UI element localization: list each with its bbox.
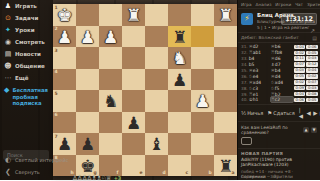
- panel-tabs: ИграАнализИгрокиЧатЗрители: [238, 0, 320, 9]
- move-number: 32.: [241, 50, 249, 55]
- resign-button[interactable]: ⚑Сдаться: [267, 110, 295, 116]
- square-d7[interactable]: ♝: [145, 133, 168, 155]
- chat-bubble-icon[interactable]: [241, 137, 252, 145]
- square-b3[interactable]: [191, 47, 214, 69]
- square-c6[interactable]: [168, 112, 191, 134]
- white-move[interactable]: b4: [249, 56, 271, 61]
- chat-section: Как вам LeelaRofl по сравнению? ▲ ▼: [238, 121, 320, 148]
- square-e2[interactable]: [122, 26, 145, 48]
- white-move-time: 0:07: [294, 62, 306, 67]
- square-a4[interactable]: [214, 69, 237, 91]
- white-move-time: 0:06: [294, 98, 306, 103]
- square-g5[interactable]: [76, 90, 99, 112]
- move-number: 35.: [241, 68, 249, 73]
- square-d3[interactable]: [145, 47, 168, 69]
- panel-bottom-tabs: СоперникиЗрители: [241, 174, 317, 179]
- ещё-icon: ⋯: [4, 75, 12, 82]
- move-number: 40.: [241, 97, 249, 102]
- file-label-c: c: [186, 170, 189, 175]
- square-g3[interactable]: [76, 47, 99, 69]
- move-number: 31.: [241, 44, 249, 49]
- square-e7[interactable]: [122, 133, 145, 155]
- move-number: 33.: [241, 56, 249, 61]
- square-d4[interactable]: [145, 69, 168, 91]
- playback-controls: |◀◀▶▶|: [299, 107, 320, 119]
- square-b4[interactable]: [191, 69, 214, 91]
- black-move[interactable]: ♘xd4: [271, 80, 293, 85]
- black-b-piece[interactable]: ♝: [145, 133, 168, 155]
- square-e1[interactable]: ♜: [122, 4, 145, 26]
- black-move[interactable]: ♖fb8: [271, 50, 293, 55]
- white-move[interactable]: ♖ab1: [249, 50, 271, 55]
- square-g7[interactable]: ♟: [76, 133, 99, 155]
- играть-icon: ♟: [4, 3, 12, 10]
- общение-icon: ☻: [4, 63, 12, 70]
- black-move-time: 0:07: [306, 80, 318, 85]
- black-move-time: 0:03: [306, 86, 318, 91]
- white-n-piece[interactable]: ♞: [168, 47, 191, 69]
- rank-label-7: 7: [55, 134, 61, 139]
- white-p-piece[interactable]: ♟: [76, 26, 99, 48]
- draw-button[interactable]: ½Ничья: [241, 110, 263, 116]
- black-move-time: 0:05: [306, 51, 318, 56]
- trial-label: Бесплатная пробная подписка: [12, 87, 46, 107]
- square-a2[interactable]: [214, 26, 237, 48]
- square-g6[interactable]: [76, 112, 99, 134]
- square-a6[interactable]: [214, 112, 237, 134]
- move-row: 35.♕e3♕b40:030:04: [241, 68, 318, 74]
- sidebar-item-задачи[interactable]: ⊙Задачи: [0, 12, 53, 24]
- задачи-icon: ⊙: [4, 15, 12, 22]
- black-move-time: 0:06: [306, 45, 318, 50]
- sidebar-item-свернуть[interactable]: ❮Свернуть: [0, 166, 53, 178]
- captured-pieces: ♙♙♙♙♗♗♘♕: [72, 174, 111, 181]
- prev-move-icon[interactable]: ◀: [306, 110, 310, 116]
- file-label-b: b: [209, 170, 212, 175]
- square-e4[interactable]: [122, 69, 145, 91]
- action-row: ½Ничья ⚑Сдаться |◀◀▶▶|: [238, 104, 320, 121]
- white-move[interactable]: b5: [249, 62, 271, 67]
- black-move[interactable]: ♖c2: [271, 97, 293, 102]
- sidebar-item-новости[interactable]: ▤Новости: [0, 48, 53, 60]
- bottom-tab-соперники[interactable]: Соперники: [241, 174, 266, 179]
- lightning-icon: ⚡: [241, 13, 253, 25]
- move-row: 40.♔h1♖c20:060:05: [241, 97, 318, 103]
- move-row: 33.b4♕d60:110:03: [241, 56, 318, 62]
- move-number: 37.: [241, 80, 249, 85]
- square-f3[interactable]: [99, 47, 122, 69]
- black-move-time: 0:12: [306, 62, 318, 67]
- tab-игроки[interactable]: Игроки: [275, 2, 291, 7]
- black-move-time: 0:05: [306, 98, 318, 103]
- chat-message: Как вам LeelaRofl по сравнению?: [241, 125, 301, 135]
- tab-анализ[interactable]: Анализ: [256, 2, 272, 7]
- black-p-piece[interactable]: ♟: [168, 69, 191, 91]
- white-move[interactable]: ♖e1: [249, 92, 271, 97]
- tab-зрители[interactable]: Зрители: [307, 2, 320, 7]
- rank-label-3: 3: [55, 48, 61, 53]
- square-e3[interactable]: [122, 47, 145, 69]
- square-a1[interactable]: ♜: [214, 4, 237, 26]
- square-a5[interactable]: [214, 90, 237, 112]
- white-move[interactable]: ♔h1: [249, 97, 271, 102]
- chess-board: ♚♜♜♟♟♟♜♞♟♞♟♟♟♟♝♚♜: [53, 4, 237, 176]
- black-move[interactable]: ♕b4: [271, 68, 293, 73]
- square-f5[interactable]: ♞: [99, 90, 122, 112]
- file-label-e: e: [140, 170, 143, 175]
- white-move-time: 0:04: [294, 92, 306, 97]
- square-b6[interactable]: [191, 112, 214, 134]
- square-c5[interactable]: [168, 90, 191, 112]
- app-background: ♟Играть⊙Задачи✦Уроки◉Смотреть▤Новости☻Об…: [0, 0, 320, 180]
- file-label-a: a: [232, 170, 235, 175]
- next-move-icon[interactable]: ▶: [313, 110, 317, 116]
- move-number: 34.: [241, 62, 249, 67]
- black-move[interactable]: ♗d7: [271, 62, 293, 67]
- свернуть-icon: ❮: [4, 169, 12, 176]
- white-move-time: 0:03: [294, 68, 306, 73]
- material-score: +3: [114, 175, 122, 181]
- book-icon[interactable]: ▤: [312, 35, 317, 41]
- tab-чат[interactable]: Чат: [295, 2, 303, 7]
- black-move[interactable]: ♕b6: [271, 44, 293, 49]
- tab-игра[interactable]: Игра: [241, 2, 252, 7]
- white-move-time: 0:05: [294, 74, 306, 79]
- move-row: 34.b5♗d70:070:12: [241, 62, 318, 68]
- square-f4[interactable]: [99, 69, 122, 91]
- sidebar: ♟Играть⊙Задачи✦Уроки◉Смотреть▤Новости☻Об…: [0, 0, 53, 180]
- rank-label-6: 6: [55, 112, 61, 117]
- rank-label-8: 8: [55, 155, 61, 160]
- уроки-icon: ✦: [4, 27, 12, 34]
- black-move[interactable]: ♕d6: [271, 56, 293, 61]
- white-move[interactable]: ♘c3: [249, 86, 271, 91]
- white-move[interactable]: ♕d2: [249, 44, 271, 49]
- black-move-time: 0:04: [306, 68, 318, 73]
- square-f2[interactable]: ♟: [99, 26, 122, 48]
- square-f7[interactable]: [99, 133, 122, 155]
- tournament-header: ⚡ Блиц Арена Блицтурнир • 123 игрока 5 |…: [238, 9, 320, 33]
- sidebar-footer: ◐Светлый интерфейс❮Свернуть: [0, 154, 53, 178]
- move-row: 31.♕d2♕b60:040:06: [241, 44, 318, 50]
- white-r-piece[interactable]: ♜: [214, 4, 237, 26]
- sidebar-item-уроки[interactable]: ✦Уроки: [0, 24, 53, 36]
- black-p-piece[interactable]: ♟: [122, 112, 145, 134]
- square-c2[interactable]: ♜: [168, 26, 191, 48]
- square-d2[interactable]: [145, 26, 168, 48]
- sidebar-item-играть[interactable]: ♟Играть: [0, 0, 53, 12]
- black-p-piece[interactable]: ♟: [76, 133, 99, 155]
- tournament-time-control: 5 | 1 • Игра на рейтинг: [257, 25, 317, 30]
- opening-name: Дебют: Волжский гамбит: [241, 35, 299, 40]
- white-move-time: 0:02: [294, 51, 306, 56]
- first-move-icon[interactable]: |◀: [299, 107, 304, 119]
- white-move[interactable]: ♘e4: [249, 74, 271, 79]
- square-e6[interactable]: ♟: [122, 112, 145, 134]
- square-g4[interactable]: [76, 69, 99, 91]
- move-row: 37.♕xd4♘xd40:020:07: [241, 79, 318, 85]
- black-n-piece[interactable]: ♞: [99, 90, 122, 112]
- sidebar-item-светлый интерфейс[interactable]: ◐Светлый интерфейс: [0, 154, 53, 166]
- white-p-piece[interactable]: ♟: [191, 90, 214, 112]
- diamond-icon: ◆: [4, 87, 9, 94]
- black-move-time: 0:08: [306, 92, 318, 97]
- square-e5[interactable]: [122, 90, 145, 112]
- black-r-piece[interactable]: ♜: [168, 26, 191, 48]
- square-d1[interactable]: [145, 4, 168, 26]
- white-move-time: 0:04: [294, 45, 306, 50]
- matchup-line[interactable]: AdikiYIY (1190) против JanPikachware (12…: [241, 157, 317, 167]
- square-g2[interactable]: ♟: [76, 26, 99, 48]
- rank-label-2: 2: [55, 26, 61, 31]
- black-move[interactable]: ♘f5: [271, 86, 293, 91]
- move-row: 32.♖ab1♖fb80:020:05: [241, 50, 318, 56]
- half-point-icon: ½: [241, 110, 246, 116]
- white-move-time: 0:11: [294, 56, 306, 61]
- square-g1[interactable]: [76, 4, 99, 26]
- captured-pieces-tray: ♙♙♙♙♗♗♘♕ +3: [72, 174, 121, 181]
- новости-icon: ▤: [4, 51, 12, 58]
- square-c7[interactable]: [168, 133, 191, 155]
- tournament-clock: 1:31:12: [281, 13, 317, 25]
- sidebar-item-общение[interactable]: ☻Общение: [0, 60, 53, 72]
- sidebar-trial-link[interactable]: ◆ Бесплатная пробная подписка: [0, 84, 53, 110]
- square-b5[interactable]: ♟: [191, 90, 214, 112]
- square-c4[interactable]: ♟: [168, 69, 191, 91]
- move-number: 36.: [241, 74, 249, 79]
- move-number: 39.: [241, 92, 249, 97]
- game-panel: ИграАнализИгрокиЧатЗрители ⚡ Блиц Арена …: [237, 0, 320, 180]
- move-row: 36.♘e4♕d40:050:02: [241, 73, 318, 79]
- bottom-tab-зрители[interactable]: Зрители: [274, 174, 293, 179]
- светлый интерфейс-icon: ◐: [4, 157, 12, 164]
- file-label-d: d: [163, 170, 166, 175]
- rank-label-4: 4: [55, 69, 61, 74]
- square-b2[interactable]: [191, 26, 214, 48]
- move-list: 31.♕d2♕b60:040:0632.♖ab1♖fb80:020:0533.b…: [238, 43, 320, 104]
- sidebar-item-смотреть[interactable]: ◉Смотреть: [0, 36, 53, 48]
- square-f6[interactable]: [99, 112, 122, 134]
- black-move-time: 0:02: [306, 74, 318, 79]
- new-game-header: НОВАЯ ПАРТИЯ: [241, 151, 317, 156]
- rank-label-5: 5: [55, 91, 61, 96]
- white-move-time: 0:09: [294, 86, 306, 91]
- white-r-piece[interactable]: ♜: [122, 4, 145, 26]
- square-d5[interactable]: [145, 90, 168, 112]
- vote-up-icon[interactable]: ▲: [303, 127, 309, 133]
- opening-row: Дебют: Волжский гамбит ▤: [238, 33, 320, 43]
- rank-label-1: 1: [55, 5, 61, 10]
- square-d6[interactable]: [145, 112, 168, 134]
- square-a7[interactable]: [214, 133, 237, 155]
- square-b1[interactable]: [191, 4, 214, 26]
- white-move[interactable]: ♕xd4: [249, 80, 271, 85]
- смотреть-icon: ◉: [4, 39, 12, 46]
- move-number: 38.: [241, 86, 249, 91]
- square-c3[interactable]: ♞: [168, 47, 191, 69]
- white-move[interactable]: ♕e3: [249, 68, 271, 73]
- white-move-time: 0:02: [294, 80, 306, 85]
- black-move-time: 0:03: [306, 56, 318, 61]
- square-c1[interactable]: [168, 4, 191, 26]
- white-p-piece[interactable]: ♟: [99, 26, 122, 48]
- sidebar-item-ещё[interactable]: ⋯Ещё: [0, 72, 53, 84]
- square-f1[interactable]: [99, 4, 122, 26]
- black-move[interactable]: ♕d4: [271, 74, 293, 79]
- square-b7[interactable]: [191, 133, 214, 155]
- flag-icon: ⚑: [267, 110, 272, 116]
- share-icon[interactable]: ↗: [310, 27, 315, 34]
- black-move[interactable]: ♖b2: [271, 92, 293, 97]
- square-a3[interactable]: [214, 47, 237, 69]
- vote-down-icon[interactable]: ▼: [311, 127, 317, 133]
